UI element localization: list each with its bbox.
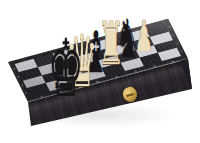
rank-label-right-2: 2	[175, 41, 179, 45]
rank-label-right-3: 3	[171, 33, 175, 37]
rank-label-right-1: 1	[179, 49, 183, 53]
rank-label-left-3: 3	[16, 75, 20, 79]
rank-label-left-4: 4	[12, 67, 16, 71]
chess-box-product-photo: ♟ ABCDEFGH 4321 4321 ♚ ♛ ♝ ♜ ♞ ♟	[0, 0, 200, 143]
rank-label-left-2: 2	[20, 83, 24, 87]
rank-label-right-4: 4	[167, 25, 171, 29]
black-king-glyph: ♚	[48, 29, 84, 109]
rank-label-left-1: 1	[24, 91, 28, 95]
black-king: ♚	[30, 29, 102, 109]
